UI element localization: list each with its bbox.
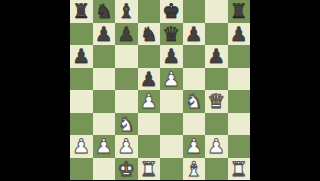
square-g1[interactable] bbox=[205, 158, 228, 181]
square-b5[interactable] bbox=[93, 68, 116, 91]
square-g7[interactable] bbox=[205, 23, 228, 46]
square-c7[interactable]: ♟ bbox=[115, 23, 138, 46]
square-f7[interactable]: ♟ bbox=[183, 23, 206, 46]
square-b1[interactable] bbox=[93, 158, 116, 181]
square-a2[interactable]: ♟ bbox=[70, 135, 93, 158]
piece-white-king[interactable]: ♚ bbox=[117, 158, 135, 180]
square-e6[interactable]: ♟ bbox=[160, 45, 183, 68]
square-d3[interactable] bbox=[138, 113, 161, 136]
piece-white-knight[interactable]: ♞ bbox=[185, 90, 203, 112]
piece-black-king[interactable]: ♚ bbox=[162, 0, 180, 22]
square-h2[interactable] bbox=[228, 135, 251, 158]
piece-black-pawn[interactable]: ♟ bbox=[117, 23, 135, 45]
piece-black-knight[interactable]: ♞ bbox=[95, 0, 113, 22]
piece-white-knight[interactable]: ♞ bbox=[117, 113, 135, 135]
piece-black-pawn[interactable]: ♟ bbox=[162, 45, 180, 67]
square-h7[interactable]: ♟ bbox=[228, 23, 251, 46]
square-d8[interactable] bbox=[138, 0, 161, 23]
square-c3[interactable]: ♞ bbox=[115, 113, 138, 136]
square-h4[interactable] bbox=[228, 90, 251, 113]
square-d6[interactable] bbox=[138, 45, 161, 68]
square-c6[interactable] bbox=[115, 45, 138, 68]
square-c8[interactable]: ♝ bbox=[115, 0, 138, 23]
piece-white-pawn[interactable]: ♟ bbox=[117, 135, 135, 157]
square-f3[interactable] bbox=[183, 113, 206, 136]
square-h3[interactable] bbox=[228, 113, 251, 136]
square-f6[interactable] bbox=[183, 45, 206, 68]
square-f5[interactable] bbox=[183, 68, 206, 91]
piece-black-pawn[interactable]: ♟ bbox=[185, 23, 203, 45]
square-a5[interactable] bbox=[70, 68, 93, 91]
square-e2[interactable] bbox=[160, 135, 183, 158]
square-e4[interactable] bbox=[160, 90, 183, 113]
square-c5[interactable] bbox=[115, 68, 138, 91]
piece-white-queen[interactable]: ♛ bbox=[207, 90, 225, 112]
square-e1[interactable] bbox=[160, 158, 183, 181]
square-a6[interactable]: ♟ bbox=[70, 45, 93, 68]
square-c1[interactable]: ♚ bbox=[115, 158, 138, 181]
piece-white-pawn[interactable]: ♟ bbox=[162, 68, 180, 90]
square-c4[interactable] bbox=[115, 90, 138, 113]
square-g5[interactable] bbox=[205, 68, 228, 91]
piece-black-pawn[interactable]: ♟ bbox=[230, 23, 248, 45]
square-b2[interactable]: ♟ bbox=[93, 135, 116, 158]
square-h1[interactable]: ♜ bbox=[228, 158, 251, 181]
square-h8[interactable]: ♜ bbox=[228, 0, 251, 23]
letterbox-left bbox=[0, 0, 70, 180]
square-a4[interactable] bbox=[70, 90, 93, 113]
square-e5[interactable]: ♟ bbox=[160, 68, 183, 91]
square-a1[interactable] bbox=[70, 158, 93, 181]
square-c2[interactable]: ♟ bbox=[115, 135, 138, 158]
letterbox-right bbox=[250, 0, 320, 180]
square-f1[interactable]: ♝ bbox=[183, 158, 206, 181]
square-b8[interactable]: ♞ bbox=[93, 0, 116, 23]
piece-black-pawn[interactable]: ♟ bbox=[207, 45, 225, 67]
piece-black-knight[interactable]: ♞ bbox=[140, 23, 158, 45]
piece-black-bishop[interactable]: ♝ bbox=[117, 0, 135, 22]
square-e3[interactable] bbox=[160, 113, 183, 136]
square-d2[interactable] bbox=[138, 135, 161, 158]
square-g6[interactable]: ♟ bbox=[205, 45, 228, 68]
square-a3[interactable] bbox=[70, 113, 93, 136]
piece-white-pawn[interactable]: ♟ bbox=[185, 135, 203, 157]
square-g2[interactable]: ♟ bbox=[205, 135, 228, 158]
square-h5[interactable] bbox=[228, 68, 251, 91]
piece-white-rook[interactable]: ♜ bbox=[230, 158, 248, 180]
square-f2[interactable]: ♟ bbox=[183, 135, 206, 158]
piece-white-pawn[interactable]: ♟ bbox=[140, 90, 158, 112]
piece-black-pawn[interactable]: ♟ bbox=[72, 45, 90, 67]
piece-black-rook[interactable]: ♜ bbox=[230, 0, 248, 22]
square-g3[interactable] bbox=[205, 113, 228, 136]
square-d5[interactable]: ♟ bbox=[138, 68, 161, 91]
square-d7[interactable]: ♞ bbox=[138, 23, 161, 46]
square-a8[interactable]: ♜ bbox=[70, 0, 93, 23]
piece-white-rook[interactable]: ♜ bbox=[140, 158, 158, 180]
piece-black-pawn[interactable]: ♟ bbox=[140, 68, 158, 90]
piece-white-pawn[interactable]: ♟ bbox=[207, 135, 225, 157]
square-b4[interactable] bbox=[93, 90, 116, 113]
game-stage: ♜♞♝♚♜♟♟♞♛♟♟♟♟♟♟♟♟♞♛♞♟♟♟♟♟♚♜♝♜ bbox=[0, 0, 320, 180]
square-e8[interactable]: ♚ bbox=[160, 0, 183, 23]
square-b6[interactable] bbox=[93, 45, 116, 68]
square-e7[interactable]: ♛ bbox=[160, 23, 183, 46]
square-d4[interactable]: ♟ bbox=[138, 90, 161, 113]
square-f8[interactable] bbox=[183, 0, 206, 23]
square-g4[interactable]: ♛ bbox=[205, 90, 228, 113]
square-a7[interactable] bbox=[70, 23, 93, 46]
piece-black-queen[interactable]: ♛ bbox=[162, 23, 180, 45]
square-h6[interactable] bbox=[228, 45, 251, 68]
square-d1[interactable]: ♜ bbox=[138, 158, 161, 181]
square-b7[interactable]: ♟ bbox=[93, 23, 116, 46]
piece-white-bishop[interactable]: ♝ bbox=[185, 158, 203, 180]
piece-black-rook[interactable]: ♜ bbox=[72, 0, 90, 22]
square-g8[interactable] bbox=[205, 0, 228, 23]
piece-white-pawn[interactable]: ♟ bbox=[72, 135, 90, 157]
chess-board: ♜♞♝♚♜♟♟♞♛♟♟♟♟♟♟♟♟♞♛♞♟♟♟♟♟♚♜♝♜ bbox=[70, 0, 250, 180]
square-f4[interactable]: ♞ bbox=[183, 90, 206, 113]
piece-white-pawn[interactable]: ♟ bbox=[95, 135, 113, 157]
piece-black-pawn[interactable]: ♟ bbox=[95, 23, 113, 45]
square-b3[interactable] bbox=[93, 113, 116, 136]
